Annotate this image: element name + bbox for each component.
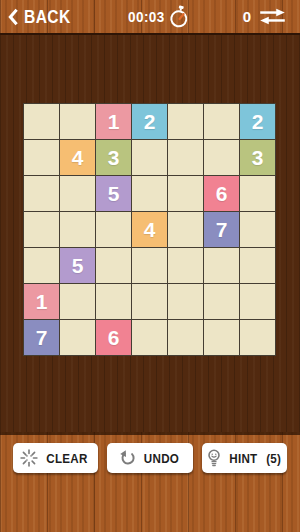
cell-r7c7[interactable] bbox=[240, 320, 275, 355]
cell-r4c4[interactable]: 4 bbox=[132, 212, 167, 247]
cell-r1c1[interactable] bbox=[24, 104, 59, 139]
cell-r4c6[interactable]: 7 bbox=[204, 212, 239, 247]
cell-r4c1[interactable] bbox=[24, 212, 59, 247]
cell-r2c1[interactable] bbox=[24, 140, 59, 175]
undo-arrow-icon bbox=[119, 450, 136, 467]
cell-r5c6[interactable] bbox=[204, 248, 239, 283]
cell-r3c3[interactable]: 5 bbox=[96, 176, 131, 211]
cell-r2c7[interactable]: 3 bbox=[240, 140, 275, 175]
cell-r6c2[interactable] bbox=[60, 284, 95, 319]
cell-r3c5[interactable] bbox=[168, 176, 203, 211]
cell-r3c6[interactable]: 6 bbox=[204, 176, 239, 211]
hint-button-label: HINT bbox=[230, 451, 258, 466]
cell-r7c2[interactable] bbox=[60, 320, 95, 355]
cell-r4c3[interactable] bbox=[96, 212, 131, 247]
cell-r1c5[interactable] bbox=[168, 104, 203, 139]
hint-bulb-icon bbox=[206, 448, 222, 468]
cell-r3c7[interactable] bbox=[240, 176, 275, 211]
back-button-label: BACK bbox=[24, 6, 71, 28]
cell-r6c5[interactable] bbox=[168, 284, 203, 319]
cell-r5c1[interactable] bbox=[24, 248, 59, 283]
cell-r1c2[interactable] bbox=[60, 104, 95, 139]
cell-r1c3[interactable]: 1 bbox=[96, 104, 131, 139]
cell-r6c1[interactable]: 1 bbox=[24, 284, 59, 319]
cell-r2c6[interactable] bbox=[204, 140, 239, 175]
clear-burst-icon bbox=[20, 449, 38, 467]
bottom-bar: CLEAR UNDO HINT (5) bbox=[0, 432, 300, 532]
cell-r3c4[interactable] bbox=[132, 176, 167, 211]
app-screen: BACK 00:03 0 1224 bbox=[0, 0, 300, 532]
cell-r1c4[interactable]: 2 bbox=[132, 104, 167, 139]
cell-r1c7[interactable]: 2 bbox=[240, 104, 275, 139]
top-bar: BACK 00:03 0 bbox=[0, 0, 300, 35]
cell-r6c7[interactable] bbox=[240, 284, 275, 319]
timer: 00:03 bbox=[128, 0, 169, 33]
cell-r7c6[interactable] bbox=[204, 320, 239, 355]
board-area: 12243356475176 bbox=[0, 35, 300, 432]
stopwatch-icon[interactable] bbox=[168, 0, 190, 33]
cell-r5c3[interactable] bbox=[96, 248, 131, 283]
cell-r3c2[interactable] bbox=[60, 176, 95, 211]
timer-value: 00:03 bbox=[128, 8, 165, 25]
cell-r7c5[interactable] bbox=[168, 320, 203, 355]
cell-r3c1[interactable] bbox=[24, 176, 59, 211]
cell-r2c5[interactable] bbox=[168, 140, 203, 175]
cell-r6c3[interactable] bbox=[96, 284, 131, 319]
undo-button[interactable]: UNDO bbox=[107, 443, 192, 473]
cell-r5c7[interactable] bbox=[240, 248, 275, 283]
cell-r4c5[interactable] bbox=[168, 212, 203, 247]
cell-r2c2[interactable]: 4 bbox=[60, 140, 95, 175]
cell-r5c2[interactable]: 5 bbox=[60, 248, 95, 283]
cell-r5c4[interactable] bbox=[132, 248, 167, 283]
cell-r4c2[interactable] bbox=[60, 212, 95, 247]
back-chevron-icon bbox=[8, 8, 19, 26]
cell-r2c4[interactable] bbox=[132, 140, 167, 175]
move-counter: 0 bbox=[243, 0, 251, 33]
clear-button[interactable]: CLEAR bbox=[13, 443, 98, 473]
swap-arrows-icon[interactable] bbox=[258, 0, 287, 33]
cell-r7c3[interactable]: 6 bbox=[96, 320, 131, 355]
clear-button-label: CLEAR bbox=[47, 451, 88, 466]
cell-r7c1[interactable]: 7 bbox=[24, 320, 59, 355]
cell-r2c3[interactable]: 3 bbox=[96, 140, 131, 175]
cell-r5c5[interactable] bbox=[168, 248, 203, 283]
cell-r6c4[interactable] bbox=[132, 284, 167, 319]
cell-r7c4[interactable] bbox=[132, 320, 167, 355]
cell-r4c7[interactable] bbox=[240, 212, 275, 247]
cell-r1c6[interactable] bbox=[204, 104, 239, 139]
back-button[interactable]: BACK bbox=[8, 0, 81, 33]
cell-r6c6[interactable] bbox=[204, 284, 239, 319]
puzzle-grid[interactable]: 12243356475176 bbox=[23, 103, 276, 356]
hint-button[interactable]: HINT (5) bbox=[202, 443, 287, 473]
hint-count: (5) bbox=[266, 451, 281, 466]
undo-button-label: UNDO bbox=[143, 451, 178, 466]
